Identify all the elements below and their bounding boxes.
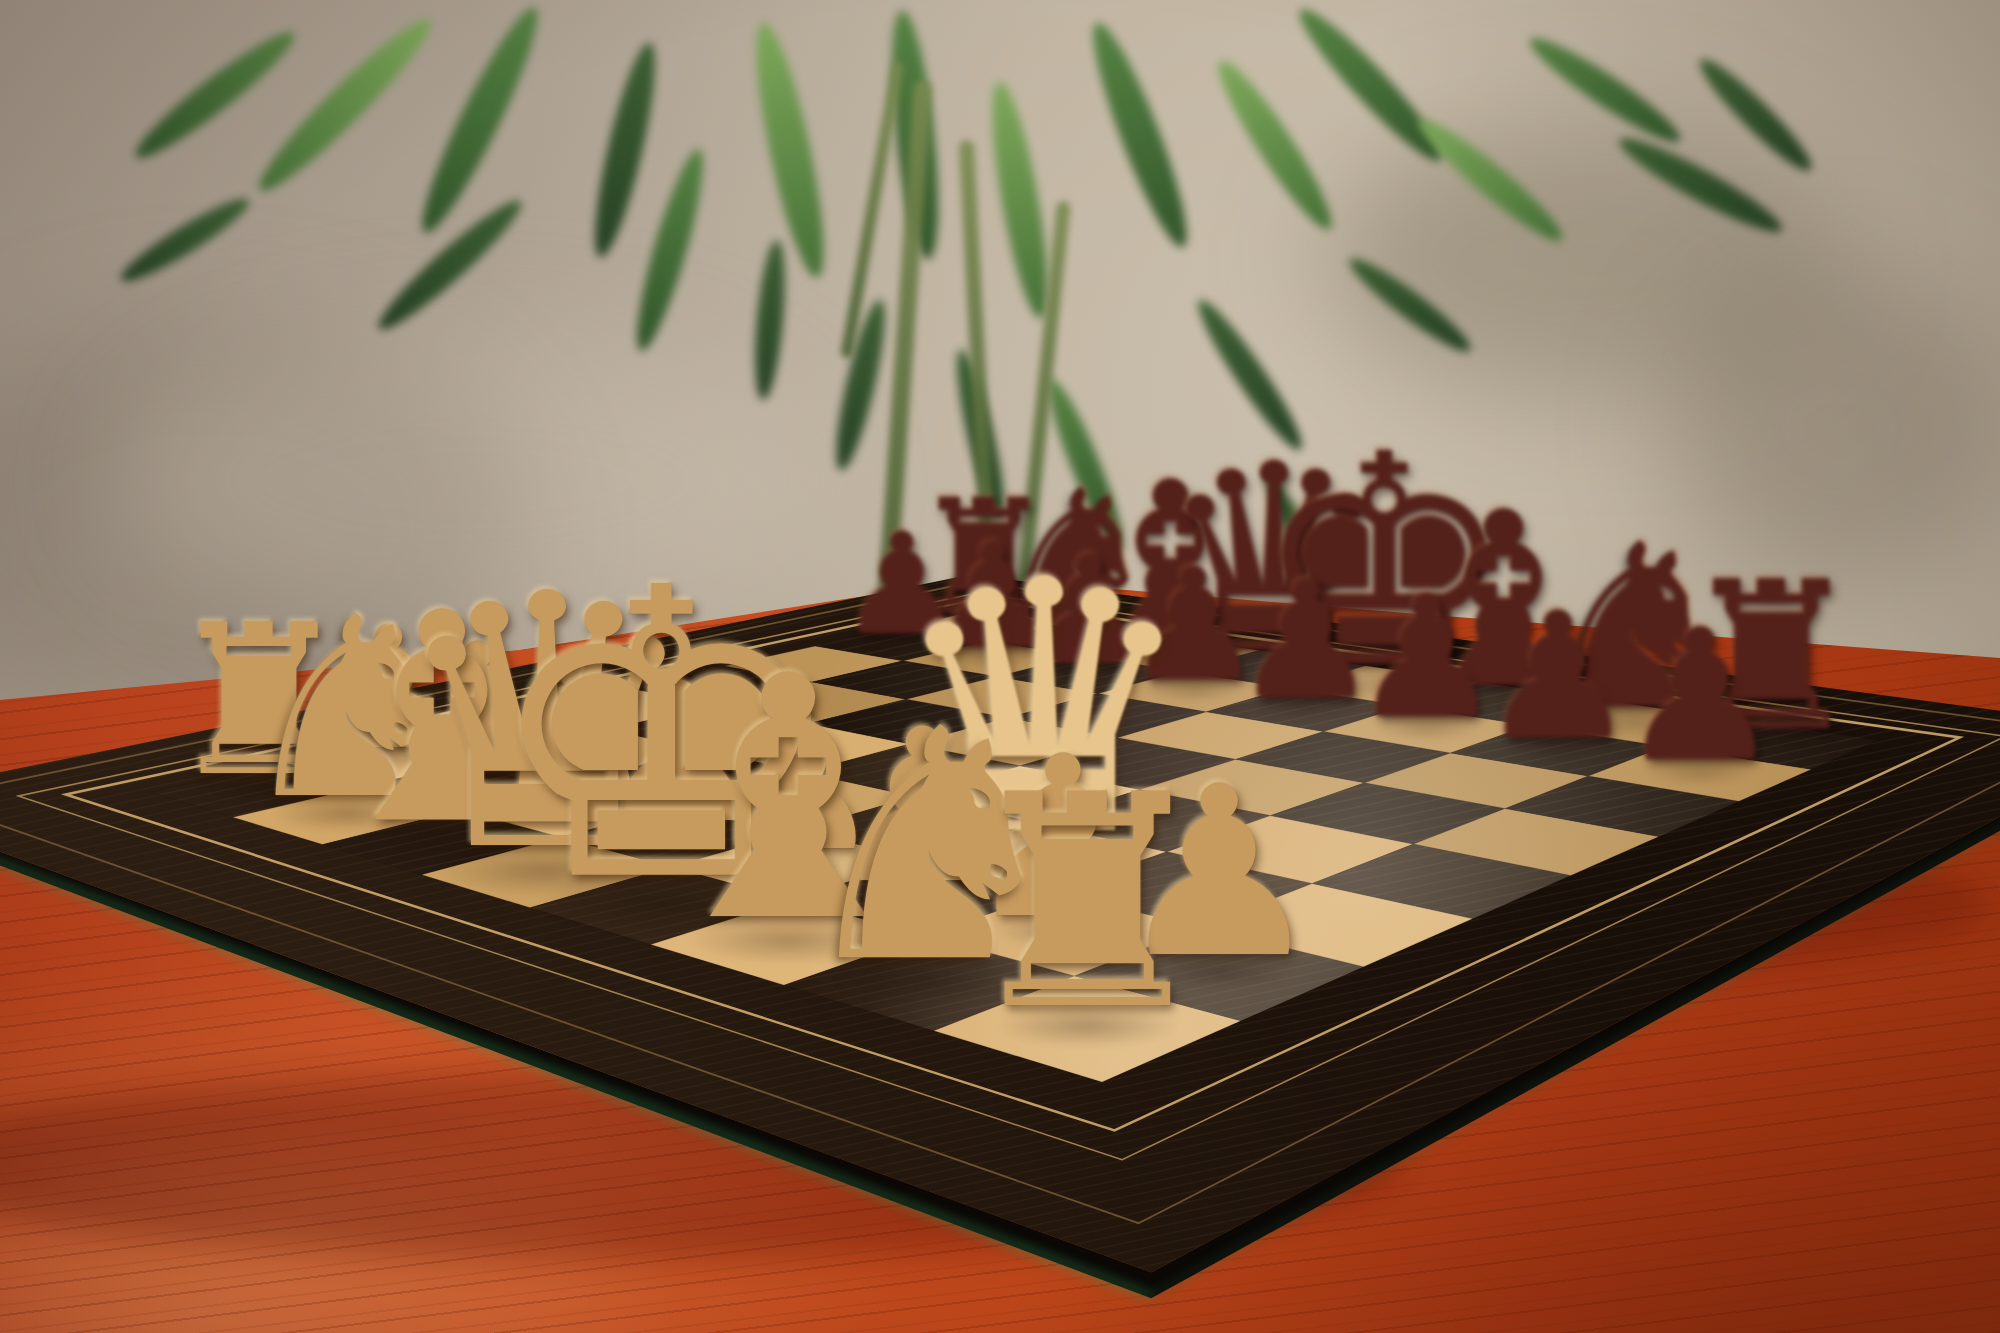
piece-glyph: ♟ (1479, 594, 1636, 760)
piece-glyph: ♟ (1618, 610, 1781, 783)
photo-scene: ♜♞♝♛♚♝♞♜♟♟♟♟♟♟♟♟♛♟♟♟♟♟♟♟♟♜♞♝♛♚♝♞♜ (0, 0, 2000, 1333)
pieces-layer: ♜♞♝♛♚♝♞♜♟♟♟♟♟♟♟♟♛♟♟♟♟♟♟♟♟♜♞♝♛♚♝♞♜ (0, 0, 2000, 1333)
piece-glyph: ♜ (956, 763, 1219, 1042)
